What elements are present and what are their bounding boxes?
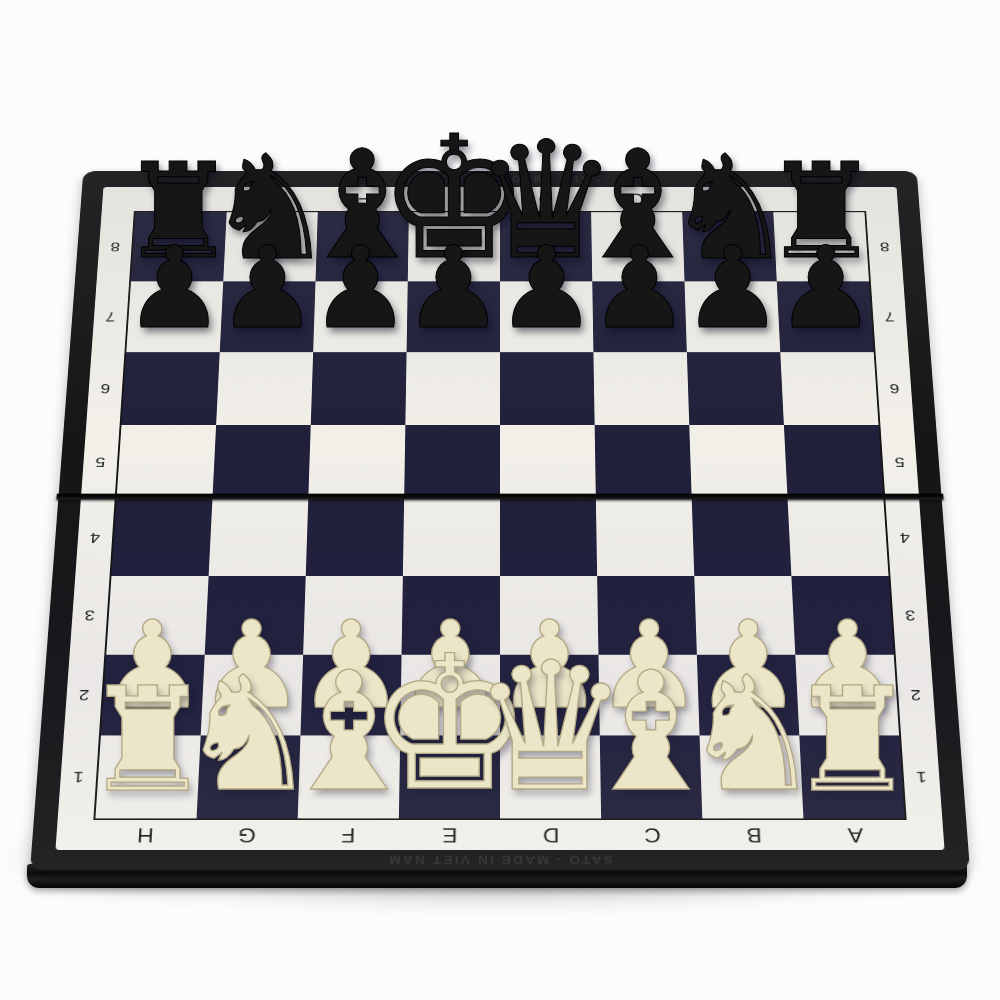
piece-black-pawn-g7[interactable]: ♟ [217, 232, 318, 345]
pieces-layer: ♜♞♝♚♛♝♞♜♟♟♟♟♟♟♟♟♟♟♟♟♟♟♟♟♜♞♝♚♛♝♞♜ [0, 0, 1000, 1000]
piece-black-pawn-d7[interactable]: ♟ [496, 232, 597, 345]
scene: SATO - MADE IN VIET NAM SATO - MADE IN V… [0, 0, 1000, 1000]
piece-black-pawn-a7[interactable]: ♟ [775, 232, 876, 345]
piece-black-pawn-h7[interactable]: ♟ [124, 232, 225, 345]
piece-black-pawn-c7[interactable]: ♟ [589, 232, 690, 345]
piece-black-pawn-e7[interactable]: ♟ [403, 232, 504, 345]
piece-black-pawn-b7[interactable]: ♟ [682, 232, 783, 345]
piece-white-rook-a1[interactable]: ♜ [788, 667, 917, 811]
piece-black-pawn-f7[interactable]: ♟ [310, 232, 411, 345]
